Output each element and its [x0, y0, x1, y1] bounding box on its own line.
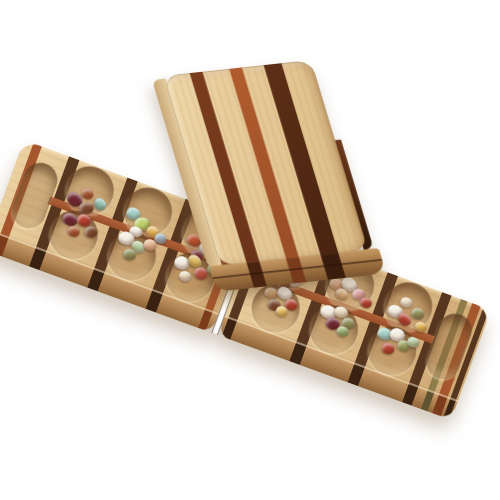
gem-stone [399, 296, 414, 310]
gem-stone [66, 225, 81, 239]
gem-stone [91, 195, 108, 212]
gem-stone [414, 320, 429, 334]
wood-stripe [264, 63, 339, 255]
gem-stone [410, 306, 426, 321]
gem-stone [79, 201, 94, 214]
gem-stone [359, 296, 374, 310]
product-photo-scene [0, 0, 500, 500]
gem-stone [380, 341, 396, 356]
gem-stone [84, 226, 97, 237]
